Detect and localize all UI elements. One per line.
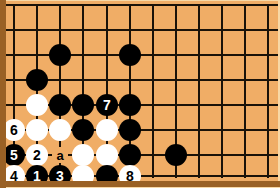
black-stone-A2-move-5: 5 [3,144,25,166]
grid-vline-10 [221,4,223,178]
white-stone-B4 [26,94,48,116]
black-stone-C4 [49,94,71,116]
grid-hline-1 [6,4,278,6]
grid-vline-7 [152,4,154,178]
white-stone-E3 [96,119,118,141]
white-stone-A3-move-6: 6 [3,119,25,141]
white-stone-C3 [49,119,71,141]
black-stone-E4-move-7: 7 [96,94,118,116]
black-stone-D3 [72,119,94,141]
black-stone-D4 [72,94,94,116]
white-stone-B2-move-2: 2 [26,144,48,166]
black-stone-F3 [119,119,141,141]
grid-vline-12 [267,4,269,178]
board-bottom-edge [0,181,280,187]
grid-vline-9 [198,4,200,178]
black-stone-F6 [119,44,141,66]
board-left-edge [0,0,6,188]
go-board-diagram: 7652a4138 [0,0,280,188]
white-stone-B3 [26,119,48,141]
point-label-a-C2: a [52,147,68,163]
board-frame-right [278,0,280,188]
black-stone-C6 [49,44,71,66]
white-stone-D2 [72,144,94,166]
black-stone-F2 [119,144,141,166]
grid-hline-2 [6,29,278,31]
grid-hline-3 [6,54,278,56]
black-stone-B5 [26,69,48,91]
board-frame-top [0,0,280,1]
white-stone-E2 [96,144,118,166]
black-stone-F4 [119,94,141,116]
grid-vline-11 [244,4,246,178]
black-stone-H2 [165,144,187,166]
board-frame-bottom-outer [0,187,280,188]
